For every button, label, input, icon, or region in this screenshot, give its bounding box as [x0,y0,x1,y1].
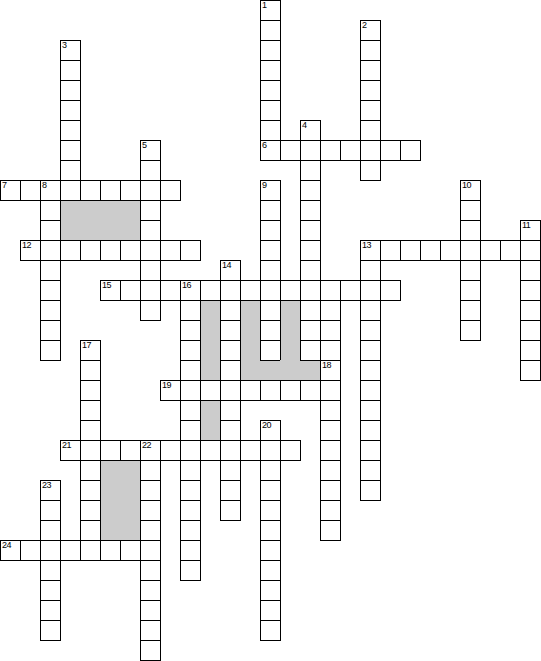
clue-number: 19 [162,381,171,390]
cell-white[interactable]: 8 [40,180,61,201]
cell-white[interactable] [40,580,61,601]
cell-white[interactable] [260,580,281,601]
cell-white[interactable] [220,420,241,441]
cell-white[interactable] [360,160,381,181]
cell-white[interactable] [220,340,241,361]
cell-white[interactable]: 3 [60,40,81,61]
cell-shaded [100,200,121,221]
cell-white[interactable] [100,440,121,461]
cell-white[interactable] [520,280,541,301]
cell-white[interactable] [320,460,341,481]
cell-white[interactable] [260,480,281,501]
cell-white[interactable] [360,440,381,461]
cell-white[interactable] [160,440,181,461]
cell-shaded [240,340,261,361]
cell-white[interactable] [100,180,121,201]
cell-white[interactable] [460,320,481,341]
cell-shaded [120,500,141,521]
cell-white[interactable] [260,80,281,101]
clue-number: 18 [322,361,331,370]
cell-shaded [100,220,121,241]
cell-white[interactable] [460,200,481,221]
cell-white[interactable] [140,500,161,521]
cell-white[interactable] [380,140,401,161]
cell-white[interactable] [140,160,161,181]
cell-white[interactable]: 10 [460,180,481,201]
cell-white[interactable] [240,280,261,301]
cell-white[interactable] [100,540,121,561]
cell-white[interactable] [360,300,381,321]
cell-white[interactable] [320,340,341,361]
clue-number: 22 [142,441,151,450]
cell-white[interactable] [340,280,361,301]
cell-white[interactable]: 23 [40,480,61,501]
cell-white[interactable] [260,540,281,561]
cell-white[interactable] [140,220,161,241]
clue-number: 16 [182,281,191,290]
cell-white[interactable] [520,260,541,281]
cell-white[interactable] [320,380,341,401]
cell-white[interactable] [240,440,261,461]
cell-white[interactable] [360,140,381,161]
cell-white[interactable] [260,500,281,521]
cell-white[interactable] [180,320,201,341]
cell-white[interactable] [60,180,81,201]
cell-white[interactable] [520,320,541,341]
cell-white[interactable]: 19 [160,380,181,401]
cell-white[interactable] [320,300,341,321]
cell-white[interactable] [60,140,81,161]
cell-white[interactable] [180,400,201,421]
clue-number: 14 [222,261,231,270]
cell-white[interactable] [300,300,321,321]
cell-shaded [100,520,121,541]
cell-white[interactable]: 17 [80,340,101,361]
cell-white[interactable] [360,460,381,481]
cell-white[interactable] [140,540,161,561]
cell-white[interactable]: 9 [260,180,281,201]
cell-white[interactable] [260,600,281,621]
cell-shaded [240,320,261,341]
cell-shaded [280,320,301,341]
cell-shaded [200,420,221,441]
cell-white[interactable] [460,300,481,321]
cell-shaded [80,200,101,221]
cell-white[interactable] [40,240,61,261]
cell-white[interactable] [140,180,161,201]
cell-white[interactable] [140,520,161,541]
cell-white[interactable] [300,380,321,401]
cell-white[interactable] [360,360,381,381]
clue-number: 20 [262,421,271,430]
cell-shaded [240,360,261,381]
cell-shaded [60,220,81,241]
cell-white[interactable] [140,640,161,661]
cell-white[interactable]: 21 [60,440,81,461]
cell-white[interactable]: 16 [180,280,201,301]
cell-shaded [280,340,301,361]
cell-white[interactable] [300,320,321,341]
cell-white[interactable] [60,80,81,101]
cell-white[interactable] [40,280,61,301]
cell-white[interactable] [360,60,381,81]
cell-white[interactable] [460,260,481,281]
cell-white[interactable] [220,360,241,381]
cell-white[interactable] [360,40,381,61]
cell-white[interactable]: 6 [260,140,281,161]
cell-white[interactable] [180,520,201,541]
cell-shaded [100,460,121,481]
cell-white[interactable] [140,280,161,301]
clue-number: 13 [362,241,371,250]
cell-white[interactable] [260,620,281,641]
cell-white[interactable] [220,480,241,501]
cell-shaded [200,320,221,341]
cell-white[interactable] [40,620,61,641]
cell-white[interactable] [60,120,81,141]
cell-white[interactable] [80,500,101,521]
cell-shaded [120,520,141,541]
cell-white[interactable]: 2 [360,20,381,41]
cell-white[interactable] [360,260,381,281]
cell-white[interactable] [40,220,61,241]
cell-white[interactable] [80,460,101,481]
cell-white[interactable] [140,300,161,321]
cell-white[interactable] [180,300,201,321]
cell-white[interactable] [160,280,181,301]
cell-shaded [200,340,221,361]
cell-white[interactable] [140,460,161,481]
cell-white[interactable]: 14 [220,260,241,281]
cell-white[interactable] [80,380,101,401]
clue-number: 6 [262,141,267,150]
cell-white[interactable] [460,220,481,241]
clue-number: 8 [42,181,47,190]
cell-white[interactable] [320,140,341,161]
cell-white[interactable] [60,160,81,181]
cell-white[interactable] [220,400,241,421]
cell-white[interactable] [420,240,441,261]
cell-white[interactable] [500,240,521,261]
page: 123456789101112131415161718192021222324 [0,0,541,661]
cell-white[interactable] [180,240,201,261]
cell-shaded [120,200,141,221]
cell-white[interactable] [300,220,321,241]
clue-number: 11 [522,221,530,230]
cell-white[interactable] [120,240,141,261]
clue-number: 1 [262,1,267,10]
cell-white[interactable]: 18 [320,360,341,381]
cell-white[interactable] [360,380,381,401]
cell-white[interactable] [260,340,281,361]
cell-shaded [200,360,221,381]
cell-white[interactable] [520,240,541,261]
cell-white[interactable] [360,80,381,101]
cell-shaded [300,360,321,381]
cell-white[interactable] [40,600,61,621]
clue-number: 4 [302,121,307,130]
cell-white[interactable] [440,240,461,261]
cell-white[interactable]: 1 [260,0,281,21]
cell-white[interactable] [40,260,61,281]
cell-white[interactable] [80,520,101,541]
cell-white[interactable] [80,180,101,201]
clue-number: 21 [62,441,71,450]
cell-white[interactable] [180,500,201,521]
cell-white[interactable] [80,440,101,461]
cell-white[interactable]: 15 [100,280,121,301]
cell-white[interactable] [40,540,61,561]
cell-white[interactable] [280,140,301,161]
cell-white[interactable] [200,440,221,461]
cell-white[interactable] [180,540,201,561]
cell-white[interactable]: 4 [300,120,321,141]
cell-white[interactable] [220,460,241,481]
cell-white[interactable]: 12 [20,240,41,261]
cell-white[interactable] [140,620,161,641]
cell-white[interactable] [120,280,141,301]
cell-white[interactable] [320,520,341,541]
cell-shaded [200,400,221,421]
cell-white[interactable] [200,280,221,301]
cell-white[interactable] [60,240,81,261]
cell-shaded [100,500,121,521]
cell-white[interactable] [300,200,321,221]
cell-white[interactable] [140,200,161,221]
cell-white[interactable] [300,140,321,161]
cell-white[interactable] [320,440,341,461]
cell-white[interactable]: 20 [260,420,281,441]
cell-white[interactable] [180,460,201,481]
cell-white[interactable] [140,580,161,601]
cell-white[interactable] [40,200,61,221]
cell-white[interactable] [40,320,61,341]
cell-white[interactable] [320,400,341,421]
cell-white[interactable] [260,40,281,61]
cell-white[interactable] [460,240,481,261]
cell-white[interactable] [260,60,281,81]
cell-shaded [280,300,301,321]
cell-white[interactable] [220,320,241,341]
cell-white[interactable] [180,340,201,361]
cell-white[interactable] [260,300,281,321]
cell-white[interactable] [300,160,321,181]
cell-shaded [240,300,261,321]
cell-white[interactable] [80,480,101,501]
cell-white[interactable] [220,300,241,321]
cell-shaded [60,200,81,221]
cell-white[interactable] [160,240,181,261]
cell-white[interactable] [220,440,241,461]
cell-shaded [80,220,101,241]
cell-shaded [260,360,281,381]
cell-white[interactable] [120,540,141,561]
clue-number: 3 [62,41,67,50]
cell-white[interactable] [180,360,201,381]
cell-white[interactable] [340,140,361,161]
cell-white[interactable] [260,20,281,41]
cell-white[interactable] [120,180,141,201]
cell-white[interactable] [300,240,321,261]
cell-white[interactable] [80,400,101,421]
cell-white[interactable] [380,240,401,261]
clue-number: 5 [142,141,147,150]
cell-white[interactable] [220,380,241,401]
cell-white[interactable] [260,520,281,541]
cell-white[interactable] [60,540,81,561]
clue-number: 24 [2,541,11,550]
clue-number: 23 [42,481,51,490]
cell-shaded [200,300,221,321]
clue-number: 10 [462,181,471,190]
cell-shaded [280,360,301,381]
clue-number: 2 [362,21,367,30]
cell-white[interactable] [400,240,421,261]
cell-white[interactable] [260,460,281,481]
cell-white[interactable] [20,540,41,561]
cell-white[interactable] [320,480,341,501]
clue-number: 9 [262,181,267,190]
cell-white[interactable] [320,280,341,301]
cell-white[interactable]: 11 [520,220,541,241]
cell-white[interactable] [140,600,161,621]
cell-shaded [100,480,121,501]
cell-white[interactable] [360,100,381,121]
cell-white[interactable] [300,180,321,201]
cell-white[interactable] [180,380,201,401]
cell-white[interactable] [520,300,541,321]
cell-white[interactable] [260,280,281,301]
cell-white[interactable]: 13 [360,240,381,261]
cell-white[interactable] [320,320,341,341]
cell-white[interactable] [180,480,201,501]
cell-white[interactable] [360,420,381,441]
cell-white[interactable] [40,520,61,541]
cell-white[interactable] [260,380,281,401]
cell-white[interactable] [180,440,201,461]
cell-white[interactable] [300,280,321,301]
cell-white[interactable] [260,440,281,461]
cell-white[interactable] [520,360,541,381]
clue-number: 7 [2,181,7,190]
cell-white[interactable] [360,280,381,301]
cell-white[interactable] [320,420,341,441]
cell-white[interactable] [380,280,401,301]
cell-white[interactable] [280,380,301,401]
cell-white[interactable] [260,560,281,581]
cell-white[interactable]: 24 [0,540,21,561]
cell-white[interactable] [120,440,141,461]
cell-white[interactable] [400,140,421,161]
clue-number: 12 [22,241,31,250]
cell-white[interactable] [480,240,501,261]
cell-white[interactable] [360,340,381,361]
cell-white[interactable] [360,400,381,421]
cell-white[interactable] [200,380,221,401]
cell-white[interactable] [180,420,201,441]
cell-white[interactable] [80,540,101,561]
cell-white[interactable] [80,360,101,381]
cell-white[interactable]: 5 [140,140,161,161]
cell-white[interactable] [40,500,61,521]
cell-shaded [120,220,141,241]
cell-shaded [120,480,141,501]
cell-white[interactable] [140,260,161,281]
cell-white[interactable] [260,320,281,341]
cell-white[interactable] [60,100,81,121]
cell-white[interactable] [220,500,241,521]
cell-white[interactable] [40,300,61,321]
cell-white[interactable] [360,320,381,341]
cell-shaded [120,460,141,481]
cell-white[interactable] [280,440,301,461]
cell-white[interactable] [320,500,341,521]
cell-white[interactable] [220,280,241,301]
cell-white[interactable]: 22 [140,440,161,461]
cell-white[interactable] [40,340,61,361]
cell-white[interactable] [280,280,301,301]
cell-white[interactable] [20,180,41,201]
cell-white[interactable] [80,420,101,441]
cell-white[interactable] [180,560,201,581]
clue-number: 15 [102,281,111,290]
cell-white[interactable] [40,560,61,581]
cell-white[interactable] [260,220,281,241]
cell-white[interactable] [80,240,101,261]
cell-white[interactable] [260,120,281,141]
cell-white[interactable] [300,340,321,361]
cell-white[interactable] [100,240,121,261]
cell-white[interactable] [260,100,281,121]
clue-number: 17 [82,341,91,350]
cell-white[interactable] [300,260,321,281]
cell-white[interactable] [260,260,281,281]
cell-white[interactable] [140,560,161,581]
cell-white[interactable] [240,380,261,401]
cell-white[interactable] [260,240,281,261]
cell-white[interactable] [140,480,161,501]
cell-white[interactable] [360,120,381,141]
cell-white[interactable]: 7 [0,180,21,201]
cell-white[interactable] [260,200,281,221]
cell-white[interactable] [140,240,161,261]
cell-white[interactable] [520,340,541,361]
cell-white[interactable] [160,180,181,201]
cell-white[interactable] [460,280,481,301]
cell-white[interactable] [60,60,81,81]
cell-white[interactable] [360,480,381,501]
